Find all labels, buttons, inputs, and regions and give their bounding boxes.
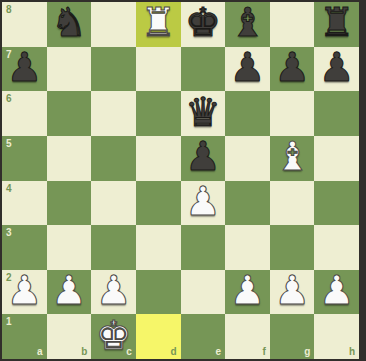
black-pawn-f7[interactable]: ♟	[230, 45, 266, 89]
square-h7[interactable]: ♟	[314, 47, 359, 92]
square-f3[interactable]	[225, 225, 270, 270]
square-g4[interactable]	[270, 181, 315, 226]
rank-label-8: 8	[6, 5, 12, 15]
square-b5[interactable]	[47, 136, 92, 181]
square-b8[interactable]: ♞	[47, 2, 92, 47]
square-c3[interactable]	[91, 225, 136, 270]
square-e3[interactable]	[181, 225, 226, 270]
square-e4[interactable]: ♟	[181, 181, 226, 226]
square-f2[interactable]: ♟	[225, 270, 270, 315]
square-g5[interactable]: ♝	[270, 136, 315, 181]
square-f8[interactable]: ♝	[225, 2, 270, 47]
square-a2[interactable]: 2♟	[2, 270, 47, 315]
square-f4[interactable]	[225, 181, 270, 226]
square-d5[interactable]	[136, 136, 181, 181]
black-queen-e6[interactable]: ♛	[185, 90, 221, 134]
file-label-d: d	[170, 347, 176, 357]
rank-label-5: 5	[6, 139, 12, 149]
chess-app-stage: 8♞♜♚♝♜7♟♟♟♟6♛5♟♝4♟32♟♟♟♟♟♟1abc♚defgh	[0, 0, 366, 361]
file-label-e: e	[216, 347, 222, 357]
square-b7[interactable]	[47, 47, 92, 92]
square-d7[interactable]	[136, 47, 181, 92]
square-b2[interactable]: ♟	[47, 270, 92, 315]
square-d6[interactable]	[136, 91, 181, 136]
white-pawn-e4[interactable]: ♟	[185, 179, 221, 223]
square-f6[interactable]	[225, 91, 270, 136]
square-e8[interactable]: ♚	[181, 2, 226, 47]
black-pawn-e5[interactable]: ♟	[185, 134, 221, 178]
square-h1[interactable]: h	[314, 314, 359, 359]
chess-board: 8♞♜♚♝♜7♟♟♟♟6♛5♟♝4♟32♟♟♟♟♟♟1abc♚defgh	[2, 2, 359, 359]
square-d1[interactable]: d	[136, 314, 181, 359]
square-c6[interactable]	[91, 91, 136, 136]
black-bishop-f8[interactable]: ♝	[230, 0, 266, 44]
file-label-g: g	[304, 347, 310, 357]
square-f7[interactable]: ♟	[225, 47, 270, 92]
square-a1[interactable]: 1a	[2, 314, 47, 359]
square-f5[interactable]	[225, 136, 270, 181]
square-c4[interactable]	[91, 181, 136, 226]
white-pawn-c2[interactable]: ♟	[96, 268, 132, 312]
square-g3[interactable]	[270, 225, 315, 270]
square-e6[interactable]: ♛	[181, 91, 226, 136]
white-pawn-h2[interactable]: ♟	[319, 268, 355, 312]
square-g2[interactable]: ♟	[270, 270, 315, 315]
square-e7[interactable]	[181, 47, 226, 92]
square-b6[interactable]	[47, 91, 92, 136]
file-label-a: a	[37, 347, 43, 357]
white-pawn-g2[interactable]: ♟	[274, 268, 310, 312]
square-h8[interactable]: ♜	[314, 2, 359, 47]
square-a6[interactable]: 6	[2, 91, 47, 136]
square-c5[interactable]	[91, 136, 136, 181]
square-b4[interactable]	[47, 181, 92, 226]
rank-label-1: 1	[6, 317, 12, 327]
square-a8[interactable]: 8	[2, 2, 47, 47]
square-d8[interactable]: ♜	[136, 2, 181, 47]
square-f1[interactable]: f	[225, 314, 270, 359]
square-g6[interactable]	[270, 91, 315, 136]
black-knight-b8[interactable]: ♞	[51, 0, 87, 44]
black-pawn-a7[interactable]: ♟	[6, 45, 42, 89]
square-a7[interactable]: 7♟	[2, 47, 47, 92]
square-c2[interactable]: ♟	[91, 270, 136, 315]
square-c8[interactable]	[91, 2, 136, 47]
file-label-b: b	[81, 347, 87, 357]
square-g1[interactable]: g	[270, 314, 315, 359]
black-pawn-g7[interactable]: ♟	[274, 45, 310, 89]
white-rook-d8[interactable]: ♜	[140, 0, 176, 44]
white-king-c1[interactable]: ♚	[96, 313, 132, 357]
square-g7[interactable]: ♟	[270, 47, 315, 92]
rank-label-3: 3	[6, 228, 12, 238]
square-h6[interactable]	[314, 91, 359, 136]
square-d3[interactable]	[136, 225, 181, 270]
square-e5[interactable]: ♟	[181, 136, 226, 181]
black-rook-h8[interactable]: ♜	[319, 0, 355, 44]
file-label-f: f	[262, 347, 265, 357]
white-pawn-f2[interactable]: ♟	[230, 268, 266, 312]
square-d4[interactable]	[136, 181, 181, 226]
square-h5[interactable]	[314, 136, 359, 181]
square-a5[interactable]: 5	[2, 136, 47, 181]
square-g8[interactable]	[270, 2, 315, 47]
file-label-h: h	[349, 347, 355, 357]
square-a3[interactable]: 3	[2, 225, 47, 270]
black-pawn-h7[interactable]: ♟	[319, 45, 355, 89]
rank-label-4: 4	[6, 184, 12, 194]
square-d2[interactable]	[136, 270, 181, 315]
white-pawn-a2[interactable]: ♟	[6, 268, 42, 312]
square-h3[interactable]	[314, 225, 359, 270]
black-king-e8[interactable]: ♚	[185, 0, 221, 44]
square-b3[interactable]	[47, 225, 92, 270]
white-bishop-g5[interactable]: ♝	[274, 134, 310, 178]
square-h2[interactable]: ♟	[314, 270, 359, 315]
square-c7[interactable]	[91, 47, 136, 92]
square-h4[interactable]	[314, 181, 359, 226]
square-a4[interactable]: 4	[2, 181, 47, 226]
white-pawn-b2[interactable]: ♟	[51, 268, 87, 312]
rank-label-6: 6	[6, 94, 12, 104]
square-e2[interactable]	[181, 270, 226, 315]
square-c1[interactable]: c♚	[91, 314, 136, 359]
square-b1[interactable]: b	[47, 314, 92, 359]
square-e1[interactable]: e	[181, 314, 226, 359]
